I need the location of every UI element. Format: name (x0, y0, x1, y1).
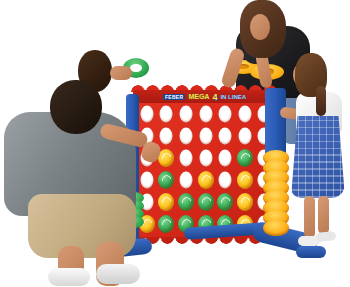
green-disc (158, 171, 174, 189)
girl-shoe (316, 231, 337, 242)
cell-r3c3 (176, 147, 196, 169)
banner-word-mega: MEGA (188, 93, 209, 100)
woman-face (250, 14, 270, 40)
cell-r5c6 (235, 191, 255, 213)
empty-slot (199, 106, 212, 123)
board-grid (137, 103, 274, 235)
empty-slot (179, 150, 192, 167)
girl-leg (304, 196, 315, 238)
man-sneaker (48, 268, 90, 286)
empty-slot (140, 106, 153, 123)
empty-slot (179, 172, 192, 189)
cell-r2c2 (157, 125, 177, 147)
cell-r5c2 (157, 191, 177, 213)
board-banner: FEBER MEGA 4 IN LINEA (133, 90, 276, 103)
empty-slot (160, 128, 173, 145)
cell-r4c1 (137, 169, 157, 191)
cell-r4c4 (196, 169, 216, 191)
yellow-disc-stack (263, 156, 289, 238)
cell-r2c4 (196, 125, 216, 147)
right-blue-foot-pad (296, 246, 326, 258)
cell-r3c4 (196, 147, 216, 169)
cell-r4c2 (157, 169, 177, 191)
empty-slot (160, 106, 173, 123)
cell-r5c4 (196, 191, 216, 213)
man-head (50, 80, 102, 134)
green-disc (217, 193, 233, 211)
cell-r2c6 (235, 125, 255, 147)
empty-slot (140, 172, 153, 189)
banner-word-inlinea: IN LINEA (220, 94, 246, 100)
empty-slot (219, 150, 232, 167)
green-disc (198, 193, 214, 211)
cell-r3c5 (215, 147, 235, 169)
girl-braid (316, 86, 326, 116)
boy-hand (110, 66, 132, 80)
empty-slot (199, 128, 212, 145)
cell-r1c5 (215, 103, 235, 125)
cell-r4c5 (215, 169, 235, 191)
cell-r1c1 (137, 103, 157, 125)
cell-r4c3 (176, 169, 196, 191)
cell-r1c4 (196, 103, 216, 125)
empty-slot (219, 128, 232, 145)
stacked-disc (263, 220, 289, 236)
cell-r5c3 (176, 191, 196, 213)
girl-plaid-dress (291, 116, 345, 198)
empty-slot (179, 128, 192, 145)
green-disc (237, 149, 253, 167)
scene-giant-connect-four: FEBER MEGA 4 IN LINEA (0, 0, 350, 287)
cell-r3c6 (235, 147, 255, 169)
cell-r2c3 (176, 125, 196, 147)
cell-r2c5 (215, 125, 235, 147)
cell-r6c2 (157, 213, 177, 235)
empty-slot (238, 128, 251, 145)
cell-r1c2 (157, 103, 177, 125)
empty-slot (199, 150, 212, 167)
girl-leg (318, 196, 329, 234)
cell-r5c5 (215, 191, 235, 213)
yellow-disc (158, 193, 174, 211)
green-disc (178, 193, 194, 211)
empty-slot (238, 106, 251, 123)
empty-slot (219, 106, 232, 123)
green-disc (158, 215, 174, 233)
yellow-disc (158, 149, 174, 167)
cell-r4c6 (235, 169, 255, 191)
empty-slot (219, 172, 232, 189)
brand-logo: FEBER (163, 94, 185, 100)
yellow-disc (198, 171, 214, 189)
banner-word-4: 4 (212, 92, 217, 102)
disc-hole (130, 64, 141, 72)
yellow-disc (237, 193, 253, 211)
man-sneaker (96, 264, 140, 284)
cell-r1c3 (176, 103, 196, 125)
yellow-disc (237, 171, 253, 189)
empty-slot (179, 106, 192, 123)
cell-r1c6 (235, 103, 255, 125)
